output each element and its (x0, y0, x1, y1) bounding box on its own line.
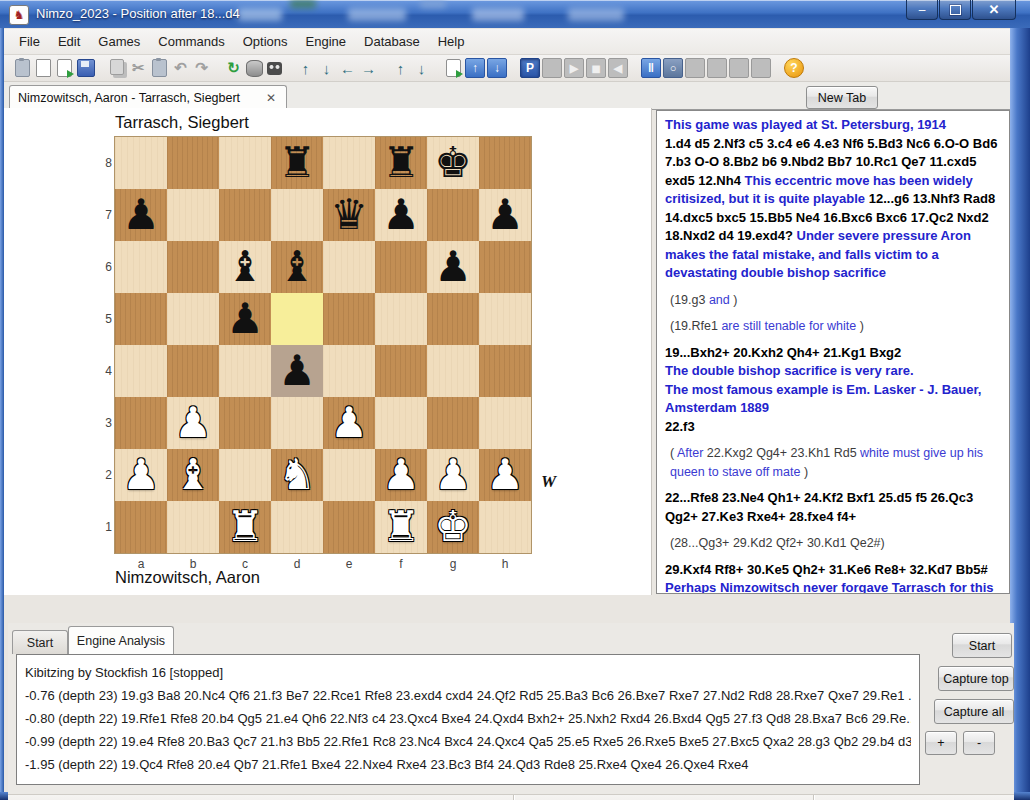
annotation-paragraph: 1.d4 d5 2.Nf3 c5 3.c4 e6 4.e3 Nf6 5.Bd3 … (665, 135, 1001, 283)
annotation-varmove[interactable]: (28...Qg3+ 29.Kd2 Qf2+ 30.Kd1 Qe2#) (670, 536, 885, 550)
engine-status-line: Kibitzing by Stockfish 16 [stopped] (25, 661, 911, 684)
black-pawn: ♟ (278, 345, 316, 397)
square-f6[interactable] (375, 241, 427, 293)
tab-bar: Nimzowitsch, Aaron - Tarrasch, Siegbert … (4, 82, 1010, 110)
annotation-paragraph: (19.Rfe1 are still tenable for white ) (665, 317, 1001, 336)
annotation-varmove[interactable]: ) (800, 465, 808, 479)
engine-lines-container: -0.76 (depth 23) 19.g3 Ba8 20.Nc4 Qf6 21… (25, 684, 911, 776)
disabled-2-icon[interactable] (707, 58, 727, 78)
tab-start[interactable]: Start (12, 630, 68, 654)
square-f3[interactable] (375, 397, 427, 449)
annotation-varcomment: are still tenable for white (721, 319, 856, 333)
annotation-paragraph: 29.Kxf4 Rf8+ 30.Ke5 Qh2+ 31.Ke6 Re8+ 32.… (665, 561, 1001, 580)
black-bishop: ♝ (278, 241, 316, 293)
black-rook: ♜ (278, 137, 316, 189)
annotation-varmove[interactable]: ( (670, 446, 677, 460)
annotation-move[interactable]: 19...Bxh2+ 20.Kxh2 Qh4+ 21.Kg1 Bxg2 (665, 345, 901, 360)
game-prev-icon[interactable]: ↑ (391, 59, 410, 78)
square-e4[interactable] (323, 345, 375, 397)
rank-label-6: 6 (98, 241, 112, 293)
disabled-4-icon[interactable] (751, 58, 771, 78)
status-bar: File: C:\Users\John\Documents/Tarrasch/l… (8, 794, 1014, 800)
square-h1[interactable] (479, 501, 531, 553)
square-f4[interactable] (375, 345, 427, 397)
square-h7[interactable]: ♟ (479, 189, 531, 241)
minimize-button[interactable]: – (906, 0, 938, 20)
desktop-blur-item (472, 8, 524, 21)
square-h5[interactable] (479, 293, 531, 345)
square-c1[interactable]: ♜ (219, 501, 271, 553)
square-c8[interactable] (219, 137, 271, 189)
menu-games[interactable]: Games (89, 31, 149, 52)
annotation-paragraph: The double bishop sacrifice is very rare… (665, 362, 1001, 381)
capture-all-button[interactable]: Capture all (934, 699, 1014, 724)
rank-label-5: 5 (98, 293, 112, 345)
game-tab[interactable]: Nimzowitsch, Aaron - Tarrasch, Siegbert … (9, 85, 287, 109)
square-b5[interactable] (167, 293, 219, 345)
white-pawn: ♟ (330, 397, 368, 449)
engine-line-2[interactable]: -0.80 (depth 22) 19.Rfe1 Rfe8 20.b4 Qg5 … (25, 707, 911, 730)
square-c3[interactable] (219, 397, 271, 449)
square-g3[interactable] (427, 397, 479, 449)
start-button-label: Start (969, 639, 995, 653)
black-pawn: ♟ (226, 293, 264, 345)
square-d1[interactable] (271, 501, 323, 553)
pause-icon[interactable]: ‖ (641, 58, 661, 78)
file-label-g: g (427, 557, 479, 571)
close-icon: ✕ (989, 2, 1000, 17)
square-a1[interactable] (115, 501, 167, 553)
desktop-blur-item (568, 8, 624, 21)
white-bishop: ♝ (174, 449, 212, 501)
annotation-panel: This game was played at St. Petersburg, … (656, 110, 1010, 594)
square-f2[interactable]: ♟ (375, 449, 427, 501)
white-pawn: ♟ (434, 449, 472, 501)
engine-output: Kibitzing by Stockfish 16 [stopped] -0.7… (16, 654, 920, 785)
black-king: ♚ (434, 137, 472, 189)
square-d2[interactable]: ♞ (271, 449, 323, 501)
square-h3[interactable] (479, 397, 531, 449)
menu-commands[interactable]: Commands (149, 31, 233, 52)
white-rook: ♜ (226, 501, 264, 553)
square-d3[interactable] (271, 397, 323, 449)
black-rook: ♜ (382, 137, 420, 189)
black-queen: ♛ (330, 189, 368, 241)
engine-line-4[interactable]: -1.95 (depth 22) 19.Qc4 Rfe8 20.e4 Qb7 2… (25, 753, 911, 776)
minus-button[interactable]: - (963, 731, 995, 755)
paste-icon[interactable] (152, 59, 167, 77)
file-label-d: d (271, 557, 323, 571)
square-a3[interactable] (115, 397, 167, 449)
rank-labels: 87654321 (98, 137, 112, 553)
engine-line-1[interactable]: -0.76 (depth 23) 19.g3 Ba8 20.Nc4 Qf6 21… (25, 684, 911, 707)
square-e5[interactable] (323, 293, 375, 345)
white-knight: ♞ (278, 449, 316, 501)
square-c7[interactable] (219, 189, 271, 241)
square-c6[interactable]: ♝ (219, 241, 271, 293)
annotation-varmove[interactable]: ) (730, 293, 738, 307)
desktop-blur-item (290, 0, 316, 8)
rank-label-2: 2 (98, 449, 112, 501)
help-icon[interactable]: ? (784, 58, 804, 78)
desktop-blur-item (348, 8, 406, 21)
tab-engine-analysis-label: Engine Analysis (77, 634, 165, 648)
square-f1[interactable]: ♜ (375, 501, 427, 553)
square-e6[interactable] (323, 241, 375, 293)
copy-icon[interactable] (110, 59, 124, 75)
square-d8[interactable]: ♜ (271, 137, 323, 189)
engine-line-3[interactable]: -0.99 (depth 22) 19.e4 Rfe8 20.Ba3 Qc7 2… (25, 730, 911, 753)
annotation-paragraph: 22...Rfe8 23.Ne4 Qh1+ 24.Kf2 Bxf1 25.d5 … (665, 489, 1001, 526)
square-e1[interactable] (323, 501, 375, 553)
black-pawn: ♟ (122, 189, 160, 241)
nav-up-icon[interactable]: ↑ (296, 59, 315, 78)
black-pawn: ♟ (434, 241, 472, 293)
white-rook: ♜ (382, 501, 420, 553)
search-icon[interactable]: ○ (663, 58, 683, 78)
square-d7[interactable] (271, 189, 323, 241)
nav-left-icon[interactable]: ← (338, 59, 357, 78)
database-icon[interactable] (246, 60, 263, 77)
annotation-paragraph: This game was played at St. Petersburg, … (665, 116, 1001, 135)
square-a4[interactable] (115, 345, 167, 397)
menu-bar: FileEditGamesCommandsOptionsEngineDataba… (4, 29, 1010, 55)
save-icon[interactable] (77, 59, 95, 77)
white-pawn: ♟ (486, 449, 524, 501)
annotation-move[interactable]: 29.Kxf4 Rf8+ 30.Ke5 Qh2+ 31.Ke6 Re8+ 32.… (665, 562, 988, 577)
menu-database[interactable]: Database (355, 31, 429, 52)
paste-game-icon[interactable] (15, 59, 30, 77)
close-button[interactable]: ✕ (972, 0, 1016, 20)
square-b6[interactable] (167, 241, 219, 293)
menu-file[interactable]: File (10, 31, 49, 52)
square-b7[interactable] (167, 189, 219, 241)
game-next-icon[interactable]: ↓ (412, 59, 431, 78)
square-b4[interactable] (167, 345, 219, 397)
square-a6[interactable] (115, 241, 167, 293)
square-a5[interactable] (115, 293, 167, 345)
menu-help[interactable]: Help (429, 31, 474, 52)
new-tab-button[interactable]: New Tab (806, 86, 878, 109)
square-h2[interactable]: ♟ (479, 449, 531, 501)
square-e2[interactable] (323, 449, 375, 501)
play-icon[interactable]: ▶ (564, 58, 584, 78)
annotation-move[interactable]: 22.f3 (665, 419, 695, 434)
black-bishop: ♝ (226, 241, 264, 293)
annotation-varmove[interactable]: (19.Rfe1 (670, 319, 721, 333)
rank-label-8: 8 (98, 137, 112, 189)
annotation-varcomment: and (709, 293, 730, 307)
white-king: ♚ (434, 501, 472, 553)
annotation-paragraph: 19...Bxh2+ 20.Kxh2 Qh4+ 21.Kg1 Bxg2 (665, 344, 1001, 363)
rank-label-4: 4 (98, 345, 112, 397)
application-window: ♞ Nimzo_2023 - Position after 18...d4 – … (0, 0, 1030, 800)
square-b3[interactable]: ♟ (167, 397, 219, 449)
square-b1[interactable] (167, 501, 219, 553)
white-pawn: ♟ (382, 449, 420, 501)
nav-down-icon[interactable]: ↓ (317, 59, 336, 78)
annotation-varmove[interactable]: (19.g3 (670, 293, 709, 307)
rewind-icon[interactable]: ◀ (608, 58, 628, 78)
bottom-player-name: Nimzowitsch, Aaron (115, 568, 260, 587)
menu-options[interactable]: Options (234, 31, 297, 52)
square-e3[interactable]: ♟ (323, 397, 375, 449)
square-c4[interactable] (219, 345, 271, 397)
square-a2[interactable]: ♟ (115, 449, 167, 501)
app-icon: ♞ (9, 5, 29, 25)
annotation-comment: Perhaps Nimzowitsch never forgave Tarras… (665, 580, 993, 594)
stop-icon[interactable]: ◼ (586, 58, 606, 78)
status-database: Db: great-players-demo.tdb (814, 795, 1014, 800)
desktop-blur-item (420, 0, 446, 8)
square-g4[interactable] (427, 345, 479, 397)
top-player-name: Tarrasch, Siegbert (115, 113, 249, 132)
annotation-paragraph: 22.f3 (665, 418, 1001, 437)
capture-top-button[interactable]: Capture top (938, 666, 1014, 691)
rank-label-3: 3 (98, 397, 112, 449)
square-c5[interactable]: ♟ (219, 293, 271, 345)
title-bar: ♞ Nimzo_2023 - Position after 18...d4 – … (0, 0, 1030, 28)
square-f7[interactable]: ♟ (375, 189, 427, 241)
annotation-comment: This game was played at St. Petersburg, … (665, 117, 946, 132)
side-to-move-indicator: W (541, 472, 556, 492)
square-a7[interactable]: ♟ (115, 189, 167, 241)
window-title: Nimzo_2023 - Position after 18...d4 (36, 6, 240, 21)
square-d4[interactable]: ♟ (271, 345, 323, 397)
black-pawn: ♟ (382, 189, 420, 241)
annotation-paragraph: ( After 22.Kxg2 Qg4+ 23.Kh1 Rd5 white mu… (665, 444, 1001, 481)
white-pawn: ♟ (122, 449, 160, 501)
annotation-varmove[interactable]: ) (856, 319, 864, 333)
annotation-paragraph: (19.g3 and ) (665, 291, 1001, 310)
square-e8[interactable] (323, 137, 375, 189)
square-a8[interactable] (115, 137, 167, 189)
open-file-icon[interactable] (57, 59, 72, 77)
white-pawn: ♟ (174, 397, 212, 449)
file-label-f: f (375, 557, 427, 571)
minus-label: - (977, 736, 981, 750)
square-g5[interactable] (427, 293, 479, 345)
square-b8[interactable] (167, 137, 219, 189)
square-g1[interactable]: ♚ (427, 501, 479, 553)
minimize-icon: – (919, 3, 926, 17)
cut-icon[interactable]: ✂ (129, 59, 148, 78)
file-label-e: e (323, 557, 375, 571)
record-icon[interactable] (542, 58, 562, 78)
undo-icon[interactable]: ↶ (171, 59, 190, 78)
refresh-icon[interactable]: ↻ (224, 59, 243, 78)
menu-engine[interactable]: Engine (297, 31, 355, 52)
redo-icon[interactable]: ↷ (192, 59, 211, 78)
annotation-paragraph: Perhaps Nimzowitsch never forgave Tarras… (665, 579, 1001, 594)
capture-all-label: Capture all (944, 705, 1004, 719)
rank-label-7: 7 (98, 189, 112, 241)
annotation-comment: The most famous example is Em. Lasker - … (665, 382, 981, 416)
tab-start-label: Start (27, 636, 53, 650)
square-g8[interactable]: ♚ (427, 137, 479, 189)
annotation-varcomment: After (677, 446, 703, 460)
new-file-icon[interactable] (36, 59, 51, 77)
restore-icon (950, 5, 961, 15)
start-button[interactable]: Start (952, 633, 1012, 658)
square-h4[interactable] (479, 345, 531, 397)
square-c2[interactable] (219, 449, 271, 501)
square-f5[interactable] (375, 293, 427, 345)
engine-bug-icon[interactable] (267, 62, 282, 75)
export-icon[interactable] (446, 59, 461, 77)
rank-label-1: 1 (98, 501, 112, 553)
tab-engine-analysis[interactable]: Engine Analysis (68, 626, 174, 654)
square-b2[interactable]: ♝ (167, 449, 219, 501)
maximize-button[interactable] (939, 0, 971, 20)
shift-up-icon[interactable]: ↑ (465, 58, 485, 78)
square-g6[interactable]: ♟ (427, 241, 479, 293)
disabled-1-icon[interactable] (685, 58, 705, 78)
shift-down-icon[interactable]: ↓ (487, 58, 507, 78)
square-g2[interactable]: ♟ (427, 449, 479, 501)
tab-close-icon[interactable]: ✕ (264, 91, 278, 105)
menu-edit[interactable]: Edit (49, 31, 89, 52)
file-label-h: h (479, 557, 531, 571)
annotation-paragraph: (28...Qg3+ 29.Kd2 Qf2+ 30.Kd1 Qe2#) (665, 534, 1001, 553)
chess-board: ♜♜♚♟♛♟♟♝♝♟♟♟♟♟♟♝♞♟♟♟♜♜♚ (115, 137, 531, 553)
black-pawn: ♟ (486, 189, 524, 241)
disabled-3-icon[interactable] (729, 58, 749, 78)
status-file-path: File: C:\Users\John\Documents/Tarrasch/l… (8, 795, 514, 800)
annotation-comment: The double bishop sacrifice is very rare… (665, 363, 914, 378)
pgn-mode-icon[interactable]: P (520, 58, 540, 78)
square-g7[interactable] (427, 189, 479, 241)
square-h8[interactable] (479, 137, 531, 189)
plus-button[interactable]: + (925, 731, 957, 755)
plus-label: + (937, 736, 944, 750)
square-h6[interactable] (479, 241, 531, 293)
capture-top-label: Capture top (943, 672, 1008, 686)
annotation-varmove[interactable]: 22.Kxg2 Qg4+ 23.Kh1 Rd5 (703, 446, 860, 460)
square-e7[interactable]: ♛ (323, 189, 375, 241)
desktop-blur-item (238, 8, 282, 21)
game-tab-label: Nimzowitsch, Aaron - Tarrasch, Siegbert (18, 91, 240, 105)
status-game-count: Game 405 of 406 (514, 795, 814, 800)
square-d6[interactable]: ♝ (271, 241, 323, 293)
annotation-paragraph: The most famous example is Em. Lasker - … (665, 381, 1001, 418)
toolbar: ✂↶↷↻↑↓←→↑↓↑↓P▶◼◀‖○? (4, 55, 1010, 82)
annotation-move[interactable]: 22...Rfe8 23.Ne4 Qh1+ 24.Kf2 Bxf1 25.d5 … (665, 490, 973, 524)
square-f8[interactable]: ♜ (375, 137, 427, 189)
nav-right-icon[interactable]: → (359, 59, 378, 78)
square-d5[interactable] (271, 293, 323, 345)
engine-panel: Start Engine Analysis Kibitzing by Stock… (8, 623, 1014, 794)
new-tab-label: New Tab (818, 91, 866, 105)
